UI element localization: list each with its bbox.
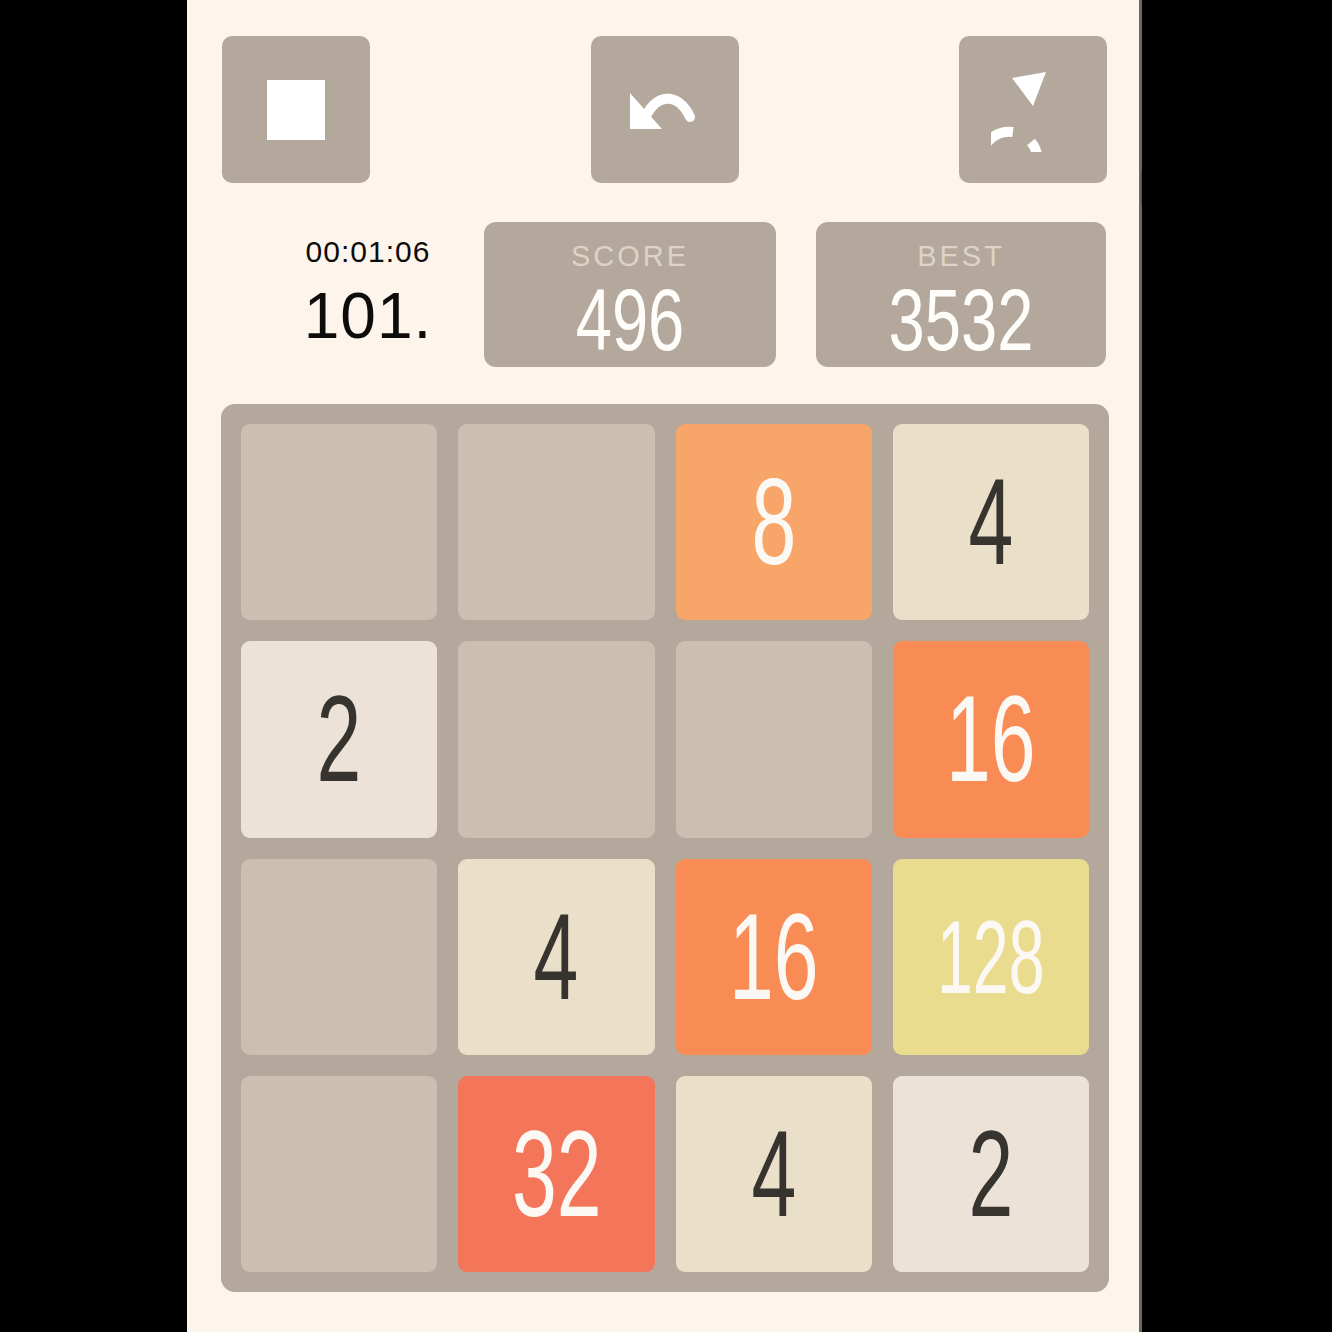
tile-4: 4 [893, 424, 1089, 620]
tile-8: 8 [676, 424, 872, 620]
tile-number: 4 [968, 461, 1013, 583]
tile-number: 4 [751, 1113, 796, 1235]
best-label: BEST [816, 239, 1106, 273]
timer-value: 00:01:06 [278, 234, 458, 270]
tile-number: 16 [946, 678, 1036, 800]
letterbox-left [0, 0, 187, 1332]
best-value: 3532 [854, 275, 1069, 365]
tile-32: 32 [458, 1076, 654, 1272]
tile-2: 2 [893, 1076, 1089, 1272]
score-box: SCORE 496 [484, 222, 776, 367]
score-label: SCORE [484, 239, 776, 273]
tile-number: 16 [729, 896, 819, 1018]
tile-4: 4 [676, 1076, 872, 1272]
empty-cell [241, 859, 437, 1055]
best-box: BEST 3532 [816, 222, 1106, 367]
stop-icon [267, 80, 325, 140]
letterbox-right [1142, 0, 1332, 1332]
timer-block: 00:01:06 101. [278, 234, 458, 348]
empty-cell [458, 424, 654, 620]
undo-icon [623, 84, 707, 136]
empty-cell [241, 1076, 437, 1272]
tile-number: 2 [968, 1113, 1013, 1235]
tile-number: 128 [937, 905, 1045, 1009]
score-value: 496 [522, 275, 738, 365]
tile-2: 2 [241, 641, 437, 837]
empty-cell [676, 641, 872, 837]
empty-cell [241, 424, 437, 620]
stop-button[interactable] [222, 36, 370, 183]
tile-number: 4 [534, 896, 579, 1018]
empty-cell [458, 641, 654, 837]
tile-number: 8 [751, 461, 796, 583]
game-app: 00:01:06 101. SCORE 496 BEST 3532 842164… [187, 0, 1139, 1332]
tile-16: 16 [676, 859, 872, 1055]
move-counter: 101. [278, 284, 458, 348]
tile-16: 16 [893, 641, 1089, 837]
tile-128: 128 [893, 859, 1089, 1055]
restart-button[interactable] [959, 36, 1107, 183]
tile-number: 32 [512, 1113, 602, 1235]
board[interactable]: 842164161283242 [221, 404, 1109, 1292]
tile-number: 2 [317, 678, 362, 800]
tile-4: 4 [458, 859, 654, 1055]
restart-icon [991, 68, 1075, 152]
undo-button[interactable] [591, 36, 739, 183]
screen: 00:01:06 101. SCORE 496 BEST 3532 842164… [0, 0, 1332, 1332]
